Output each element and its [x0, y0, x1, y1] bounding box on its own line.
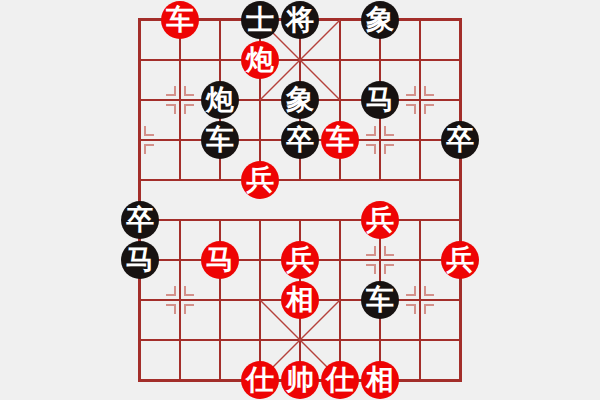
piece-red-soldier[interactable]: 兵: [281, 241, 319, 279]
piece-black-horse[interactable]: 马: [121, 241, 159, 279]
piece-black-soldier[interactable]: 卒: [281, 121, 319, 159]
piece-red-soldier[interactable]: 兵: [361, 201, 399, 239]
piece-red-elephant[interactable]: 相: [281, 281, 319, 319]
piece-red-chariot[interactable]: 车: [161, 1, 199, 39]
piece-red-horse[interactable]: 马: [201, 241, 239, 279]
piece-red-soldier[interactable]: 兵: [241, 161, 279, 199]
xiangqi-board[interactable]: 士将象炮象马车卒卒卒马车车炮车兵兵马兵兵相仕帅仕相: [0, 0, 600, 400]
piece-black-horse[interactable]: 马: [361, 81, 399, 119]
piece-red-advisor[interactable]: 仕: [241, 361, 279, 399]
piece-black-advisor[interactable]: 士: [241, 1, 279, 39]
app-background: 士将象炮象马车卒卒卒马车车炮车兵兵马兵兵相仕帅仕相: [0, 0, 600, 400]
piece-black-soldier[interactable]: 卒: [121, 201, 159, 239]
piece-black-soldier[interactable]: 卒: [441, 121, 479, 159]
piece-red-advisor[interactable]: 仕: [321, 361, 359, 399]
piece-red-chariot[interactable]: 车: [321, 121, 359, 159]
piece-black-elephant[interactable]: 象: [281, 81, 319, 119]
piece-black-cannon[interactable]: 炮: [201, 81, 239, 119]
piece-red-general[interactable]: 帅: [281, 361, 319, 399]
piece-black-general[interactable]: 将: [281, 1, 319, 39]
piece-red-soldier[interactable]: 兵: [441, 241, 479, 279]
piece-red-elephant[interactable]: 相: [361, 361, 399, 399]
piece-black-chariot[interactable]: 车: [201, 121, 239, 159]
piece-black-chariot[interactable]: 车: [361, 281, 399, 319]
pieces-layer: 士将象炮象马车卒卒卒马车车炮车兵兵马兵兵相仕帅仕相: [0, 0, 600, 400]
piece-red-cannon[interactable]: 炮: [241, 41, 279, 79]
piece-black-elephant[interactable]: 象: [361, 1, 399, 39]
